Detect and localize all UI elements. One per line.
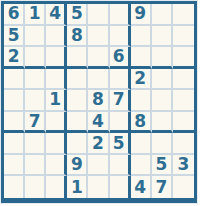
cell-r1c9-empty[interactable]	[173, 4, 194, 26]
cell-r5c6-given[interactable]: 7	[110, 90, 131, 112]
cell-r4c9-empty[interactable]	[173, 69, 194, 91]
cell-r8c2-empty[interactable]	[25, 155, 46, 177]
cell-r5c9-empty[interactable]	[173, 90, 194, 112]
cell-r2c4-given[interactable]: 8	[67, 26, 88, 48]
cell-r5c8-empty[interactable]	[152, 90, 173, 112]
cell-r7c4-empty[interactable]	[67, 133, 88, 155]
cell-r3c8-empty[interactable]	[152, 47, 173, 69]
cell-r4c3-empty[interactable]	[46, 69, 67, 91]
cell-r4c4-empty[interactable]	[67, 69, 88, 91]
cell-r9c5-empty[interactable]	[88, 176, 109, 198]
cell-r8c8-given[interactable]: 5	[152, 155, 173, 177]
cell-r1c2-given[interactable]: 1	[25, 4, 46, 26]
cell-r7c8-empty[interactable]	[152, 133, 173, 155]
cell-r8c3-empty[interactable]	[46, 155, 67, 177]
cell-r7c3-empty[interactable]	[46, 133, 67, 155]
cell-r4c5-empty[interactable]	[88, 69, 109, 91]
cell-r9c4-given[interactable]: 1	[67, 176, 88, 198]
cell-r4c2-empty[interactable]	[25, 69, 46, 91]
cell-r6c9-empty[interactable]	[173, 112, 194, 134]
cell-r3c6-given[interactable]: 6	[110, 47, 131, 69]
cell-r9c6-empty[interactable]	[110, 176, 131, 198]
cell-r2c5-empty[interactable]	[88, 26, 109, 48]
cell-r2c1-given[interactable]: 5	[4, 26, 25, 48]
cell-r9c3-empty[interactable]	[46, 176, 67, 198]
cell-r3c7-empty[interactable]	[131, 47, 152, 69]
cell-r9c7-given[interactable]: 4	[131, 176, 152, 198]
cell-r1c4-given[interactable]: 5	[67, 4, 88, 26]
cell-r1c5-empty[interactable]	[88, 4, 109, 26]
cell-r3c9-empty[interactable]	[173, 47, 194, 69]
cell-r8c6-empty[interactable]	[110, 155, 131, 177]
cell-r8c4-given[interactable]: 9	[67, 155, 88, 177]
cell-r7c2-empty[interactable]	[25, 133, 46, 155]
cell-r1c8-empty[interactable]	[152, 4, 173, 26]
cell-r2c9-empty[interactable]	[173, 26, 194, 48]
cell-r7c6-given[interactable]: 5	[110, 133, 131, 155]
cell-r4c7-given[interactable]: 2	[131, 69, 152, 91]
cell-r6c8-empty[interactable]	[152, 112, 173, 134]
cell-r7c5-given[interactable]: 2	[88, 133, 109, 155]
sudoku-frame: 614595826218774825953147	[0, 0, 198, 204]
cell-r9c1-empty[interactable]	[4, 176, 25, 198]
cell-r1c6-empty[interactable]	[110, 4, 131, 26]
cell-r1c3-given[interactable]: 4	[46, 4, 67, 26]
cell-r4c6-empty[interactable]	[110, 69, 131, 91]
cell-r3c2-empty[interactable]	[25, 47, 46, 69]
cell-r8c1-empty[interactable]	[4, 155, 25, 177]
cell-r7c9-empty[interactable]	[173, 133, 194, 155]
cell-r4c8-empty[interactable]	[152, 69, 173, 91]
cell-r5c2-empty[interactable]	[25, 90, 46, 112]
cell-r5c5-given[interactable]: 8	[88, 90, 109, 112]
cell-r8c9-given[interactable]: 3	[173, 155, 194, 177]
cell-r6c1-empty[interactable]	[4, 112, 25, 134]
cell-r8c5-empty[interactable]	[88, 155, 109, 177]
cell-r2c3-empty[interactable]	[46, 26, 67, 48]
sudoku-board: 614595826218774825953147	[1, 1, 197, 203]
cell-r3c1-given[interactable]: 2	[4, 47, 25, 69]
cell-r6c3-empty[interactable]	[46, 112, 67, 134]
cell-r9c8-given[interactable]: 7	[152, 176, 173, 198]
cell-r2c7-empty[interactable]	[131, 26, 152, 48]
cell-r2c6-empty[interactable]	[110, 26, 131, 48]
cell-r6c4-empty[interactable]	[67, 112, 88, 134]
cell-r3c5-empty[interactable]	[88, 47, 109, 69]
cell-r1c7-given[interactable]: 9	[131, 4, 152, 26]
cell-r6c7-given[interactable]: 8	[131, 112, 152, 134]
cell-r2c8-empty[interactable]	[152, 26, 173, 48]
cell-r8c7-empty[interactable]	[131, 155, 152, 177]
cell-r4c1-empty[interactable]	[4, 69, 25, 91]
cell-r7c7-empty[interactable]	[131, 133, 152, 155]
cell-r5c7-empty[interactable]	[131, 90, 152, 112]
cell-r3c4-empty[interactable]	[67, 47, 88, 69]
cell-r3c3-empty[interactable]	[46, 47, 67, 69]
cell-r5c3-given[interactable]: 1	[46, 90, 67, 112]
cell-r9c2-empty[interactable]	[25, 176, 46, 198]
cell-r5c4-empty[interactable]	[67, 90, 88, 112]
cell-r2c2-empty[interactable]	[25, 26, 46, 48]
cell-r9c9-empty[interactable]	[173, 176, 194, 198]
cell-r6c5-given[interactable]: 4	[88, 112, 109, 134]
cell-r6c6-empty[interactable]	[110, 112, 131, 134]
cell-r7c1-empty[interactable]	[4, 133, 25, 155]
cell-r1c1-given[interactable]: 6	[4, 4, 25, 26]
cell-r6c2-given[interactable]: 7	[25, 112, 46, 134]
cell-r5c1-empty[interactable]	[4, 90, 25, 112]
